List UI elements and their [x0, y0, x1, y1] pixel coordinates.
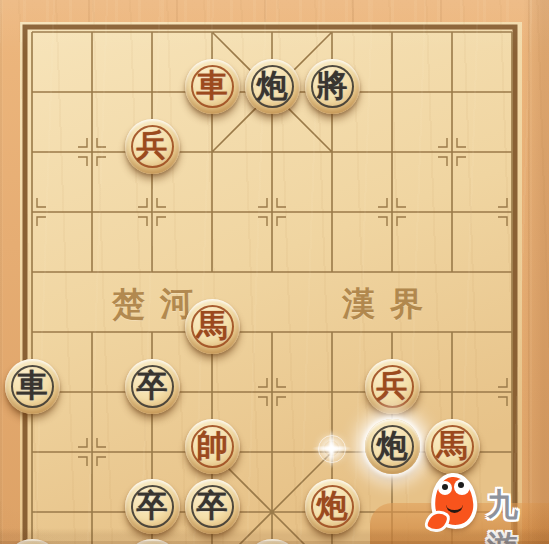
piece-black-soldier[interactable]: 卒 — [185, 479, 240, 534]
ninegame-mascot-icon — [431, 473, 477, 529]
piece-character: 馬 — [437, 430, 468, 461]
piece-character: 車 — [17, 370, 48, 401]
piece-character: 卒 — [197, 490, 228, 521]
river-label-right: 漢界 — [342, 284, 438, 324]
piece-character: 炮 — [377, 430, 408, 461]
piece-black-chariot[interactable]: 車 — [5, 359, 60, 414]
piece-character: 馬 — [197, 310, 228, 341]
piece-red-chariot[interactable]: 車 — [185, 59, 240, 114]
piece-black-soldier[interactable]: 卒 — [125, 479, 180, 534]
piece-black-general[interactable]: 將 — [305, 59, 360, 114]
piece-red-cannon[interactable]: 炮 — [305, 479, 360, 534]
piece-character: 將 — [317, 70, 348, 101]
piece-character: 車 — [197, 70, 228, 101]
target-sparkle-marker — [311, 428, 353, 470]
piece-unknown-partial[interactable] — [245, 539, 300, 544]
piece-character: 兵 — [137, 130, 168, 161]
piece-unknown-partial[interactable] — [5, 539, 60, 544]
piece-black-soldier[interactable]: 卒 — [125, 359, 180, 414]
piece-character: 炮 — [257, 70, 288, 101]
watermark-brand-text: 九游 — [487, 484, 549, 544]
piece-character: 帥 — [197, 430, 228, 461]
piece-character: 炮 — [317, 490, 348, 521]
piece-red-soldier[interactable]: 兵 — [365, 359, 420, 414]
piece-red-soldier[interactable]: 兵 — [125, 119, 180, 174]
piece-unknown-partial[interactable] — [125, 539, 180, 544]
piece-red-horse[interactable]: 馬 — [185, 299, 240, 354]
piece-character: 卒 — [137, 370, 168, 401]
piece-character: 兵 — [377, 370, 408, 401]
piece-black-cannon[interactable]: 炮 — [245, 59, 300, 114]
piece-black-cannon[interactable]: 炮 — [365, 419, 420, 474]
piece-character: 卒 — [137, 490, 168, 521]
piece-red-marshal[interactable]: 帥 — [185, 419, 240, 474]
xiangqi-game-screen: 楚河 漢界 車炮將兵馬車卒兵帥炮馬卒卒炮 九游 — [0, 0, 549, 544]
piece-red-horse[interactable]: 馬 — [425, 419, 480, 474]
